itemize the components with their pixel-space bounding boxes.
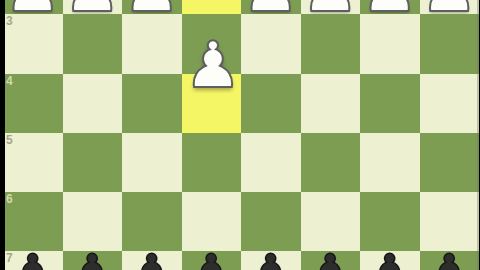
- square-b5[interactable]: [360, 133, 420, 192]
- square-e5[interactable]: [182, 133, 242, 192]
- black-pawn-a7[interactable]: ♟: [421, 246, 478, 270]
- square-a4[interactable]: [420, 74, 480, 133]
- black-pawn-d7[interactable]: ♟: [242, 246, 299, 270]
- square-a5[interactable]: [420, 133, 480, 192]
- square-e2[interactable]: [182, 0, 242, 14]
- square-c3[interactable]: [301, 14, 361, 73]
- square-f4[interactable]: [122, 74, 182, 133]
- square-d5[interactable]: [241, 133, 301, 192]
- square-b3[interactable]: [360, 14, 420, 73]
- square-h3[interactable]: 3: [3, 14, 63, 73]
- black-pawn-b7[interactable]: ♟: [361, 246, 418, 270]
- rank-label-5: 5: [6, 134, 13, 146]
- square-d7[interactable]: ♟: [241, 251, 301, 270]
- square-g7[interactable]: ♟: [63, 251, 123, 270]
- square-g5[interactable]: [63, 133, 123, 192]
- square-b7[interactable]: ♟: [360, 251, 420, 270]
- board-right-edge-line: [477, 0, 479, 270]
- black-pawn-c7[interactable]: ♟: [302, 246, 359, 270]
- square-a2[interactable]: ♟: [420, 0, 480, 14]
- square-c5[interactable]: [301, 133, 361, 192]
- square-g3[interactable]: [63, 14, 123, 73]
- square-h7[interactable]: 7♟: [3, 251, 63, 270]
- black-pawn-e7[interactable]: ♟: [183, 246, 240, 270]
- square-d4[interactable]: [241, 74, 301, 133]
- square-f5[interactable]: [122, 133, 182, 192]
- square-g2[interactable]: ♟: [63, 0, 123, 14]
- square-a3[interactable]: [420, 14, 480, 73]
- square-h2[interactable]: ♟: [3, 0, 63, 14]
- square-h5[interactable]: 5: [3, 133, 63, 192]
- letterbox-bar-left: [0, 0, 5, 270]
- square-b2[interactable]: ♟: [360, 0, 420, 14]
- rank-label-4: 4: [6, 75, 13, 87]
- chess-video-frame: ♟♟♟♟♟♟♟34567♟♟♟♟♟♟♟♟ ♟: [0, 0, 480, 270]
- black-pawn-g7[interactable]: ♟: [64, 246, 121, 270]
- square-f2[interactable]: ♟: [122, 0, 182, 14]
- square-h4[interactable]: 4: [3, 74, 63, 133]
- square-c4[interactable]: [301, 74, 361, 133]
- square-c2[interactable]: ♟: [301, 0, 361, 14]
- square-f3[interactable]: [122, 14, 182, 73]
- black-pawn-h7[interactable]: ♟: [4, 246, 61, 270]
- moving-white-pawn[interactable]: ♟: [184, 33, 241, 97]
- square-d2[interactable]: ♟: [241, 0, 301, 14]
- black-pawn-f7[interactable]: ♟: [123, 246, 180, 270]
- square-b4[interactable]: [360, 74, 420, 133]
- square-d3[interactable]: [241, 14, 301, 73]
- rank-label-3: 3: [6, 15, 13, 27]
- square-f7[interactable]: ♟: [122, 251, 182, 270]
- rank-label-6: 6: [6, 193, 13, 205]
- square-g4[interactable]: [63, 74, 123, 133]
- square-c7[interactable]: ♟: [301, 251, 361, 270]
- square-e7[interactable]: ♟: [182, 251, 242, 270]
- square-a7[interactable]: ♟: [420, 251, 480, 270]
